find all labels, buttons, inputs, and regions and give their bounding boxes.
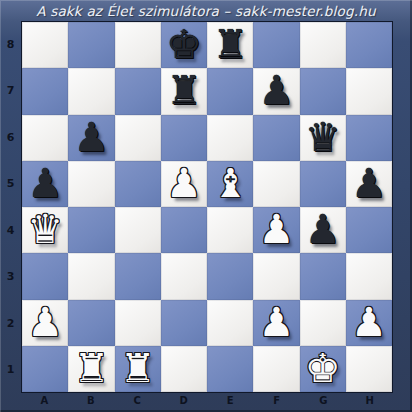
square-h8 <box>346 22 392 68</box>
square-a6 <box>22 115 68 161</box>
black-pawn-icon: ♟ <box>73 117 109 157</box>
square-a2: ♟ <box>22 300 68 346</box>
square-b8 <box>68 22 114 68</box>
file-label-f: F <box>254 393 301 410</box>
black-pawn-icon: ♟ <box>351 163 387 203</box>
rank-label-1: 1 <box>0 347 21 394</box>
white-rook-icon: ♜ <box>120 348 156 388</box>
square-b4 <box>68 207 114 253</box>
rank-label-8: 8 <box>0 21 21 68</box>
square-b7 <box>68 68 114 114</box>
square-a5: ♟ <box>22 161 68 207</box>
square-a7 <box>22 68 68 114</box>
file-label-d: D <box>161 393 208 410</box>
file-label-g: G <box>300 393 347 410</box>
square-h1 <box>346 346 392 392</box>
black-pawn-icon: ♟ <box>27 163 63 203</box>
file-label-c: C <box>114 393 161 410</box>
white-pawn-icon: ♟ <box>27 302 63 342</box>
square-a3 <box>22 253 68 299</box>
square-e4 <box>207 207 253 253</box>
rank-label-6: 6 <box>0 114 21 161</box>
white-pawn-icon: ♟ <box>258 302 294 342</box>
square-b3 <box>68 253 114 299</box>
black-king-icon: ♚ <box>166 24 202 64</box>
square-c2 <box>115 300 161 346</box>
square-g2 <box>300 300 346 346</box>
square-b2 <box>68 300 114 346</box>
black-rook-icon: ♜ <box>166 70 202 110</box>
square-f8 <box>253 22 299 68</box>
square-e6 <box>207 115 253 161</box>
black-rook-icon: ♜ <box>212 24 248 64</box>
square-a8 <box>22 22 68 68</box>
square-f6 <box>253 115 299 161</box>
white-pawn-icon: ♟ <box>166 163 202 203</box>
rank-label-2: 2 <box>0 300 21 347</box>
title-text: A sakk az Élet szimulátora – sakk-mester… <box>36 3 376 19</box>
square-c4 <box>115 207 161 253</box>
square-d1 <box>161 346 207 392</box>
square-d7: ♜ <box>161 68 207 114</box>
white-queen-icon: ♛ <box>27 209 63 249</box>
square-c6 <box>115 115 161 161</box>
square-h2: ♟ <box>346 300 392 346</box>
square-f2: ♟ <box>253 300 299 346</box>
rank-label-7: 7 <box>0 68 21 115</box>
square-c3 <box>115 253 161 299</box>
black-pawn-icon: ♟ <box>258 70 294 110</box>
square-c1: ♜ <box>115 346 161 392</box>
square-c7 <box>115 68 161 114</box>
square-d2 <box>161 300 207 346</box>
square-f1 <box>253 346 299 392</box>
black-pawn-icon: ♟ <box>305 209 341 249</box>
white-bishop-icon: ♝ <box>212 163 248 203</box>
rank-label-4: 4 <box>0 207 21 254</box>
square-e1 <box>207 346 253 392</box>
rank-label-5: 5 <box>0 161 21 208</box>
rank-labels: 87654321 <box>0 21 21 393</box>
file-label-h: H <box>347 393 394 410</box>
square-h6 <box>346 115 392 161</box>
square-g5 <box>300 161 346 207</box>
square-f4: ♟ <box>253 207 299 253</box>
square-f7: ♟ <box>253 68 299 114</box>
square-a1 <box>22 346 68 392</box>
square-c5 <box>115 161 161 207</box>
square-c8 <box>115 22 161 68</box>
square-f3 <box>253 253 299 299</box>
square-g8 <box>300 22 346 68</box>
square-e8: ♜ <box>207 22 253 68</box>
white-rook-icon: ♜ <box>73 348 109 388</box>
square-d6 <box>161 115 207 161</box>
file-label-e: E <box>207 393 254 410</box>
square-h3 <box>346 253 392 299</box>
square-h4 <box>346 207 392 253</box>
square-e7 <box>207 68 253 114</box>
file-label-a: A <box>21 393 68 410</box>
square-h7 <box>346 68 392 114</box>
square-e3 <box>207 253 253 299</box>
square-g7 <box>300 68 346 114</box>
square-g3 <box>300 253 346 299</box>
file-label-b: B <box>68 393 115 410</box>
chess-board: ♚♜♜♟♟♛♟♟♝♟♛♟♟♟♟♟♜♜♚ <box>21 21 393 393</box>
square-d3 <box>161 253 207 299</box>
square-g4: ♟ <box>300 207 346 253</box>
square-e5: ♝ <box>207 161 253 207</box>
square-d4 <box>161 207 207 253</box>
white-king-icon: ♚ <box>305 348 341 388</box>
chess-diagram-window: A sakk az Élet szimulátora – sakk-mester… <box>0 0 412 412</box>
white-pawn-icon: ♟ <box>258 209 294 249</box>
square-a4: ♛ <box>22 207 68 253</box>
file-labels: ABCDEFGH <box>21 393 393 410</box>
square-b6: ♟ <box>68 115 114 161</box>
square-d5: ♟ <box>161 161 207 207</box>
square-b5 <box>68 161 114 207</box>
white-pawn-icon: ♟ <box>351 302 387 342</box>
square-d8: ♚ <box>161 22 207 68</box>
square-g1: ♚ <box>300 346 346 392</box>
title-bar: A sakk az Élet szimulátora – sakk-mester… <box>0 0 412 21</box>
square-f5 <box>253 161 299 207</box>
square-g6: ♛ <box>300 115 346 161</box>
square-e2 <box>207 300 253 346</box>
square-h5: ♟ <box>346 161 392 207</box>
rank-label-3: 3 <box>0 254 21 301</box>
square-b1: ♜ <box>68 346 114 392</box>
black-queen-icon: ♛ <box>305 117 341 157</box>
